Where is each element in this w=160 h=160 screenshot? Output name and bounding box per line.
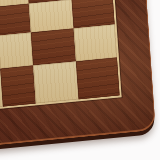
chess-board — [0, 0, 156, 160]
dark-square — [31, 28, 76, 65]
light-square — [29, 0, 74, 33]
dark-square — [76, 57, 119, 99]
dark-square — [0, 4, 31, 36]
dark-square — [0, 65, 36, 106]
light-square — [0, 33, 33, 69]
light-square — [74, 25, 117, 62]
playing-field — [0, 0, 122, 133]
board-photo — [0, 0, 160, 160]
light-square — [33, 61, 78, 103]
